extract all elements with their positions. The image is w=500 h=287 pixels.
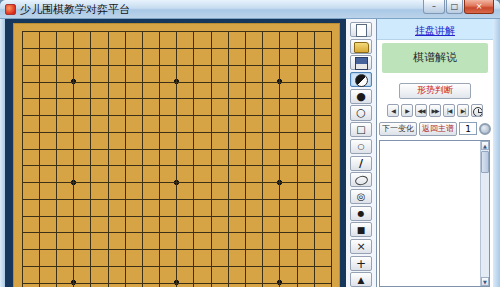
board-cell[interactable] — [185, 40, 202, 57]
board-cell[interactable] — [30, 124, 47, 141]
board-cell[interactable] — [219, 274, 236, 287]
comment-scrollbar[interactable]: ▲ ▼ — [480, 141, 489, 287]
board-cell[interactable] — [133, 90, 150, 107]
board-cell[interactable] — [288, 40, 305, 57]
board-cell[interactable] — [82, 57, 99, 74]
board-cell[interactable] — [271, 57, 288, 74]
board-cell[interactable] — [99, 57, 116, 74]
board-cell[interactable] — [65, 224, 82, 241]
open-file-button[interactable] — [350, 39, 372, 54]
board-cell[interactable] — [236, 140, 253, 157]
board-cell[interactable] — [168, 224, 185, 241]
line-tool-button[interactable]: / — [350, 156, 372, 171]
board-cell[interactable] — [65, 90, 82, 107]
board-cell[interactable] — [271, 241, 288, 258]
board-cell[interactable] — [271, 258, 288, 275]
board-cell[interactable] — [116, 124, 133, 141]
board-cell[interactable] — [151, 191, 168, 208]
board-cell[interactable] — [305, 191, 322, 208]
board-cell[interactable] — [133, 23, 150, 40]
board-cell[interactable] — [65, 157, 82, 174]
board-cell[interactable] — [168, 40, 185, 57]
board-cell[interactable] — [116, 258, 133, 275]
board-cell[interactable] — [219, 224, 236, 241]
board-cell[interactable] — [151, 40, 168, 57]
board-cell[interactable] — [30, 23, 47, 40]
board-cell[interactable] — [151, 124, 168, 141]
board-cell[interactable] — [288, 241, 305, 258]
board-cell[interactable] — [65, 191, 82, 208]
board-cell[interactable] — [82, 241, 99, 258]
board-cell[interactable] — [236, 124, 253, 141]
board-cell[interactable] — [82, 124, 99, 141]
filled-square-mark-button[interactable]: ■ — [350, 222, 372, 237]
board-cell[interactable] — [305, 157, 322, 174]
board-cell[interactable] — [99, 224, 116, 241]
comment-area[interactable]: ▲ ▼ — [379, 140, 490, 287]
board-cell[interactable] — [185, 157, 202, 174]
board-cell[interactable] — [322, 224, 339, 241]
board-cell[interactable] — [116, 174, 133, 191]
board-cell[interactable] — [305, 140, 322, 157]
board-cell[interactable] — [116, 241, 133, 258]
board-cell[interactable] — [219, 140, 236, 157]
board-cell[interactable] — [271, 40, 288, 57]
scroll-down-button[interactable]: ▼ — [481, 277, 489, 286]
close-button[interactable]: × — [464, 0, 494, 14]
board-cell[interactable] — [13, 241, 30, 258]
board-cell[interactable] — [185, 57, 202, 74]
board-cell[interactable] — [305, 107, 322, 124]
board-cell[interactable] — [271, 224, 288, 241]
board-cell[interactable] — [322, 73, 339, 90]
board-cell[interactable] — [202, 174, 219, 191]
board-cell[interactable] — [254, 157, 271, 174]
board-cell[interactable] — [65, 107, 82, 124]
board-cell[interactable] — [254, 191, 271, 208]
board-cell[interactable] — [47, 174, 64, 191]
board-cell[interactable] — [47, 207, 64, 224]
board-cell[interactable] — [305, 57, 322, 74]
fast-back-button[interactable]: ◀◀ — [415, 104, 428, 117]
board-cell[interactable] — [133, 157, 150, 174]
board-cell[interactable] — [271, 23, 288, 40]
circle-mark-button[interactable]: ○ — [350, 139, 372, 154]
triangle-mark-button[interactable]: ▲ — [350, 272, 372, 287]
board-cell[interactable] — [151, 241, 168, 258]
step-back-button[interactable]: ◀ — [387, 104, 400, 117]
plus-mark-button[interactable]: + — [350, 256, 372, 271]
board-cell[interactable] — [185, 174, 202, 191]
board-cell[interactable] — [288, 258, 305, 275]
to-start-button[interactable]: |◀ — [443, 104, 456, 117]
board-cell[interactable] — [202, 73, 219, 90]
board-cell[interactable] — [236, 157, 253, 174]
board-cell[interactable] — [47, 140, 64, 157]
board-cell[interactable] — [185, 124, 202, 141]
board-cell[interactable] — [322, 107, 339, 124]
board-cell[interactable] — [116, 40, 133, 57]
board-cell[interactable] — [30, 107, 47, 124]
board-cell[interactable] — [151, 23, 168, 40]
board-cell[interactable] — [116, 23, 133, 40]
board-cell[interactable] — [30, 174, 47, 191]
board-cell[interactable] — [322, 140, 339, 157]
board-cell[interactable] — [133, 140, 150, 157]
board-cell[interactable] — [219, 40, 236, 57]
board-cell[interactable] — [168, 174, 185, 191]
board-cell[interactable] — [219, 107, 236, 124]
board-cell[interactable] — [202, 157, 219, 174]
board-cell[interactable] — [99, 107, 116, 124]
board-cell[interactable] — [151, 57, 168, 74]
new-file-button[interactable] — [350, 22, 372, 37]
board-cell[interactable] — [30, 40, 47, 57]
board-cell[interactable] — [219, 73, 236, 90]
board-cell[interactable] — [254, 174, 271, 191]
board-cell[interactable] — [202, 191, 219, 208]
board-cell[interactable] — [47, 224, 64, 241]
board-cell[interactable] — [30, 140, 47, 157]
board-cell[interactable] — [13, 124, 30, 141]
board-cell[interactable] — [133, 40, 150, 57]
board-cell[interactable] — [133, 258, 150, 275]
board-cell[interactable] — [185, 207, 202, 224]
board-cell[interactable] — [185, 73, 202, 90]
board-cell[interactable] — [116, 107, 133, 124]
board-cell[interactable] — [65, 207, 82, 224]
board-cell[interactable] — [13, 157, 30, 174]
board-cell[interactable] — [236, 191, 253, 208]
board-cell[interactable] — [305, 124, 322, 141]
board-cell[interactable] — [82, 40, 99, 57]
board-cell[interactable] — [13, 23, 30, 40]
auto-play-clock-button[interactable] — [471, 104, 484, 117]
board-cell[interactable] — [30, 191, 47, 208]
board-cell[interactable] — [65, 140, 82, 157]
board-cell[interactable] — [288, 174, 305, 191]
board-cell[interactable] — [47, 23, 64, 40]
board-cell[interactable] — [254, 90, 271, 107]
board-cell[interactable] — [271, 90, 288, 107]
board-cell[interactable] — [13, 140, 30, 157]
board-cell[interactable] — [168, 241, 185, 258]
move-number-input[interactable] — [459, 122, 477, 135]
board-cell[interactable] — [116, 274, 133, 287]
board-cell[interactable] — [322, 57, 339, 74]
board-cell[interactable] — [288, 57, 305, 74]
board-cell[interactable] — [151, 207, 168, 224]
board-cell[interactable] — [65, 174, 82, 191]
board-cell[interactable] — [202, 124, 219, 141]
board-cell[interactable] — [288, 90, 305, 107]
board-cell[interactable] — [82, 23, 99, 40]
board-cell[interactable] — [30, 207, 47, 224]
board-cell[interactable] — [202, 140, 219, 157]
board-cell[interactable] — [168, 274, 185, 287]
board-cell[interactable] — [133, 274, 150, 287]
board-cell[interactable] — [185, 258, 202, 275]
board-cell[interactable] — [133, 207, 150, 224]
board-cell[interactable] — [13, 191, 30, 208]
board-cell[interactable] — [47, 90, 64, 107]
board-cell[interactable] — [168, 207, 185, 224]
board-cell[interactable] — [13, 207, 30, 224]
board-cell[interactable] — [202, 207, 219, 224]
board-cell[interactable] — [30, 224, 47, 241]
board-cell[interactable] — [99, 157, 116, 174]
board-cell[interactable] — [82, 140, 99, 157]
board-cell[interactable] — [185, 191, 202, 208]
board-cell[interactable] — [99, 274, 116, 287]
board-cell[interactable] — [13, 90, 30, 107]
board-cell[interactable] — [47, 73, 64, 90]
board-cell[interactable] — [133, 107, 150, 124]
board-cell[interactable] — [65, 23, 82, 40]
board-cell[interactable] — [322, 191, 339, 208]
board-cell[interactable] — [30, 241, 47, 258]
board-cell[interactable] — [116, 157, 133, 174]
board-cell[interactable] — [322, 90, 339, 107]
board-cell[interactable] — [305, 174, 322, 191]
board-cell[interactable] — [99, 241, 116, 258]
board-cell[interactable] — [99, 191, 116, 208]
board-cell[interactable] — [99, 174, 116, 191]
board-cell[interactable] — [254, 107, 271, 124]
board-cell[interactable] — [133, 174, 150, 191]
board-cell[interactable] — [13, 107, 30, 124]
board-cell[interactable] — [13, 258, 30, 275]
board-cell[interactable] — [82, 274, 99, 287]
black-stone-button[interactable]: ● — [350, 89, 372, 104]
board-cell[interactable] — [202, 107, 219, 124]
board-cell[interactable] — [219, 241, 236, 258]
board-cell[interactable] — [13, 274, 30, 287]
board-cell[interactable] — [47, 124, 64, 141]
board-cell[interactable] — [288, 207, 305, 224]
board-cell[interactable] — [151, 73, 168, 90]
board-cell[interactable] — [65, 274, 82, 287]
board-cell[interactable] — [99, 258, 116, 275]
board-cell[interactable] — [99, 40, 116, 57]
board-cell[interactable] — [82, 157, 99, 174]
board-cell[interactable] — [322, 174, 339, 191]
board-cell[interactable] — [168, 157, 185, 174]
board-cell[interactable] — [65, 258, 82, 275]
board-cell[interactable] — [219, 157, 236, 174]
board-cell[interactable] — [82, 207, 99, 224]
board-cell[interactable] — [168, 140, 185, 157]
number-stone-button[interactable]: ◎ — [350, 189, 372, 204]
board-cell[interactable] — [47, 157, 64, 174]
board-cell[interactable] — [133, 73, 150, 90]
white-stone-button[interactable]: ○ — [350, 105, 372, 120]
board-cell[interactable] — [219, 174, 236, 191]
board-cell[interactable] — [116, 207, 133, 224]
board-cell[interactable] — [219, 207, 236, 224]
board-cell[interactable] — [202, 241, 219, 258]
board-cell[interactable] — [322, 241, 339, 258]
board-cell[interactable] — [30, 274, 47, 287]
board-cell[interactable] — [82, 191, 99, 208]
board-cell[interactable] — [13, 224, 30, 241]
title-bar[interactable]: 少儿围棋教学对弈平台 – □ × — [0, 0, 500, 19]
minimize-button[interactable]: – — [423, 0, 445, 14]
board-cell[interactable] — [13, 57, 30, 74]
board-cell[interactable] — [65, 57, 82, 74]
board-cell[interactable] — [305, 224, 322, 241]
board-cell[interactable] — [185, 224, 202, 241]
board-cell[interactable] — [254, 274, 271, 287]
board-cell[interactable] — [236, 274, 253, 287]
goto-move-button[interactable] — [479, 123, 491, 135]
board-cell[interactable] — [305, 241, 322, 258]
board-cell[interactable] — [185, 107, 202, 124]
board-cell[interactable] — [219, 258, 236, 275]
board-cell[interactable] — [236, 40, 253, 57]
board-cell[interactable] — [151, 274, 168, 287]
board-cell[interactable] — [254, 124, 271, 141]
board-cell[interactable] — [271, 157, 288, 174]
board-cell[interactable] — [116, 73, 133, 90]
board-cell[interactable] — [236, 73, 253, 90]
board-cell[interactable] — [236, 224, 253, 241]
board-cell[interactable] — [288, 73, 305, 90]
board-cell[interactable] — [236, 207, 253, 224]
board-cell[interactable] — [168, 23, 185, 40]
board-cell[interactable] — [305, 258, 322, 275]
board-cell[interactable] — [236, 107, 253, 124]
board-cell[interactable] — [236, 23, 253, 40]
board-cell[interactable] — [254, 140, 271, 157]
board-cell[interactable] — [202, 23, 219, 40]
board-cell[interactable] — [322, 157, 339, 174]
board-cell[interactable] — [30, 258, 47, 275]
board-cell[interactable] — [47, 191, 64, 208]
board-cell[interactable] — [99, 124, 116, 141]
step-forward-button[interactable]: ▶ — [401, 104, 414, 117]
board-cell[interactable] — [168, 107, 185, 124]
board-cell[interactable] — [271, 174, 288, 191]
board-cell[interactable] — [322, 23, 339, 40]
board-cell[interactable] — [305, 274, 322, 287]
board-cell[interactable] — [30, 157, 47, 174]
board-cell[interactable] — [254, 224, 271, 241]
dot-mark-button[interactable]: ● — [350, 206, 372, 221]
board-cell[interactable] — [185, 90, 202, 107]
to-end-button[interactable]: ▶| — [457, 104, 470, 117]
board-cell[interactable] — [305, 90, 322, 107]
board-cell[interactable] — [99, 90, 116, 107]
return-main-line-button[interactable]: 返回主谱 — [419, 122, 457, 136]
board-cell[interactable] — [202, 57, 219, 74]
board-cell[interactable] — [168, 124, 185, 141]
board-cell[interactable] — [82, 174, 99, 191]
board-cell[interactable] — [322, 274, 339, 287]
board-cell[interactable] — [168, 258, 185, 275]
board-cell[interactable] — [271, 191, 288, 208]
board-cell[interactable] — [82, 224, 99, 241]
board-cell[interactable] — [47, 107, 64, 124]
board-cell[interactable] — [65, 124, 82, 141]
scroll-thumb[interactable] — [481, 151, 489, 173]
lasso-tool-button[interactable] — [350, 172, 372, 187]
board-cell[interactable] — [185, 274, 202, 287]
board-cell[interactable] — [99, 73, 116, 90]
board-cell[interactable] — [151, 140, 168, 157]
board-cell[interactable] — [288, 140, 305, 157]
board-cell[interactable] — [30, 73, 47, 90]
board-cell[interactable] — [254, 241, 271, 258]
board-cell[interactable] — [168, 191, 185, 208]
board-cell[interactable] — [322, 40, 339, 57]
board-cell[interactable] — [271, 124, 288, 141]
board-cell[interactable] — [168, 73, 185, 90]
board-cell[interactable] — [65, 73, 82, 90]
board-cell[interactable] — [288, 23, 305, 40]
board-cell[interactable] — [30, 90, 47, 107]
board-cell[interactable] — [151, 157, 168, 174]
cross-mark-button[interactable]: × — [350, 239, 372, 254]
board-cell[interactable] — [151, 224, 168, 241]
board-cell[interactable] — [288, 124, 305, 141]
alternate-move-button[interactable] — [350, 72, 372, 87]
board-cell[interactable] — [116, 140, 133, 157]
board-cell[interactable] — [254, 258, 271, 275]
board-cell[interactable] — [99, 140, 116, 157]
board-cell[interactable] — [254, 57, 271, 74]
board-cell[interactable] — [305, 40, 322, 57]
board-cell[interactable] — [47, 40, 64, 57]
board-cell[interactable] — [82, 90, 99, 107]
board-cell[interactable] — [133, 124, 150, 141]
board-cell[interactable] — [254, 23, 271, 40]
board-cell[interactable] — [47, 258, 64, 275]
board-cell[interactable] — [13, 40, 30, 57]
board-cell[interactable] — [236, 258, 253, 275]
board-cell[interactable] — [254, 40, 271, 57]
board-cell[interactable] — [151, 107, 168, 124]
board-cell[interactable] — [82, 107, 99, 124]
board-cell[interactable] — [116, 191, 133, 208]
save-button[interactable] — [350, 55, 372, 70]
board-cell[interactable] — [133, 57, 150, 74]
go-board[interactable] — [13, 23, 340, 287]
board-cell[interactable] — [13, 73, 30, 90]
board-cell[interactable] — [236, 57, 253, 74]
square-mark-button[interactable]: □ — [350, 122, 372, 137]
board-cell[interactable] — [30, 57, 47, 74]
board-cell[interactable] — [151, 258, 168, 275]
board-cell[interactable] — [168, 90, 185, 107]
board-cell[interactable] — [99, 207, 116, 224]
board-cell[interactable] — [271, 274, 288, 287]
board-cell[interactable] — [82, 258, 99, 275]
board-cell[interactable] — [271, 107, 288, 124]
board-cell[interactable] — [236, 241, 253, 258]
board-cell[interactable] — [219, 57, 236, 74]
board-cell[interactable] — [82, 73, 99, 90]
board-cell[interactable] — [47, 274, 64, 287]
board-cell[interactable] — [202, 40, 219, 57]
board-cell[interactable] — [288, 157, 305, 174]
board-cell[interactable] — [185, 241, 202, 258]
board-cell[interactable] — [13, 174, 30, 191]
board-cell[interactable] — [305, 23, 322, 40]
board-cell[interactable] — [133, 241, 150, 258]
board-cell[interactable] — [65, 40, 82, 57]
board-cell[interactable] — [236, 90, 253, 107]
